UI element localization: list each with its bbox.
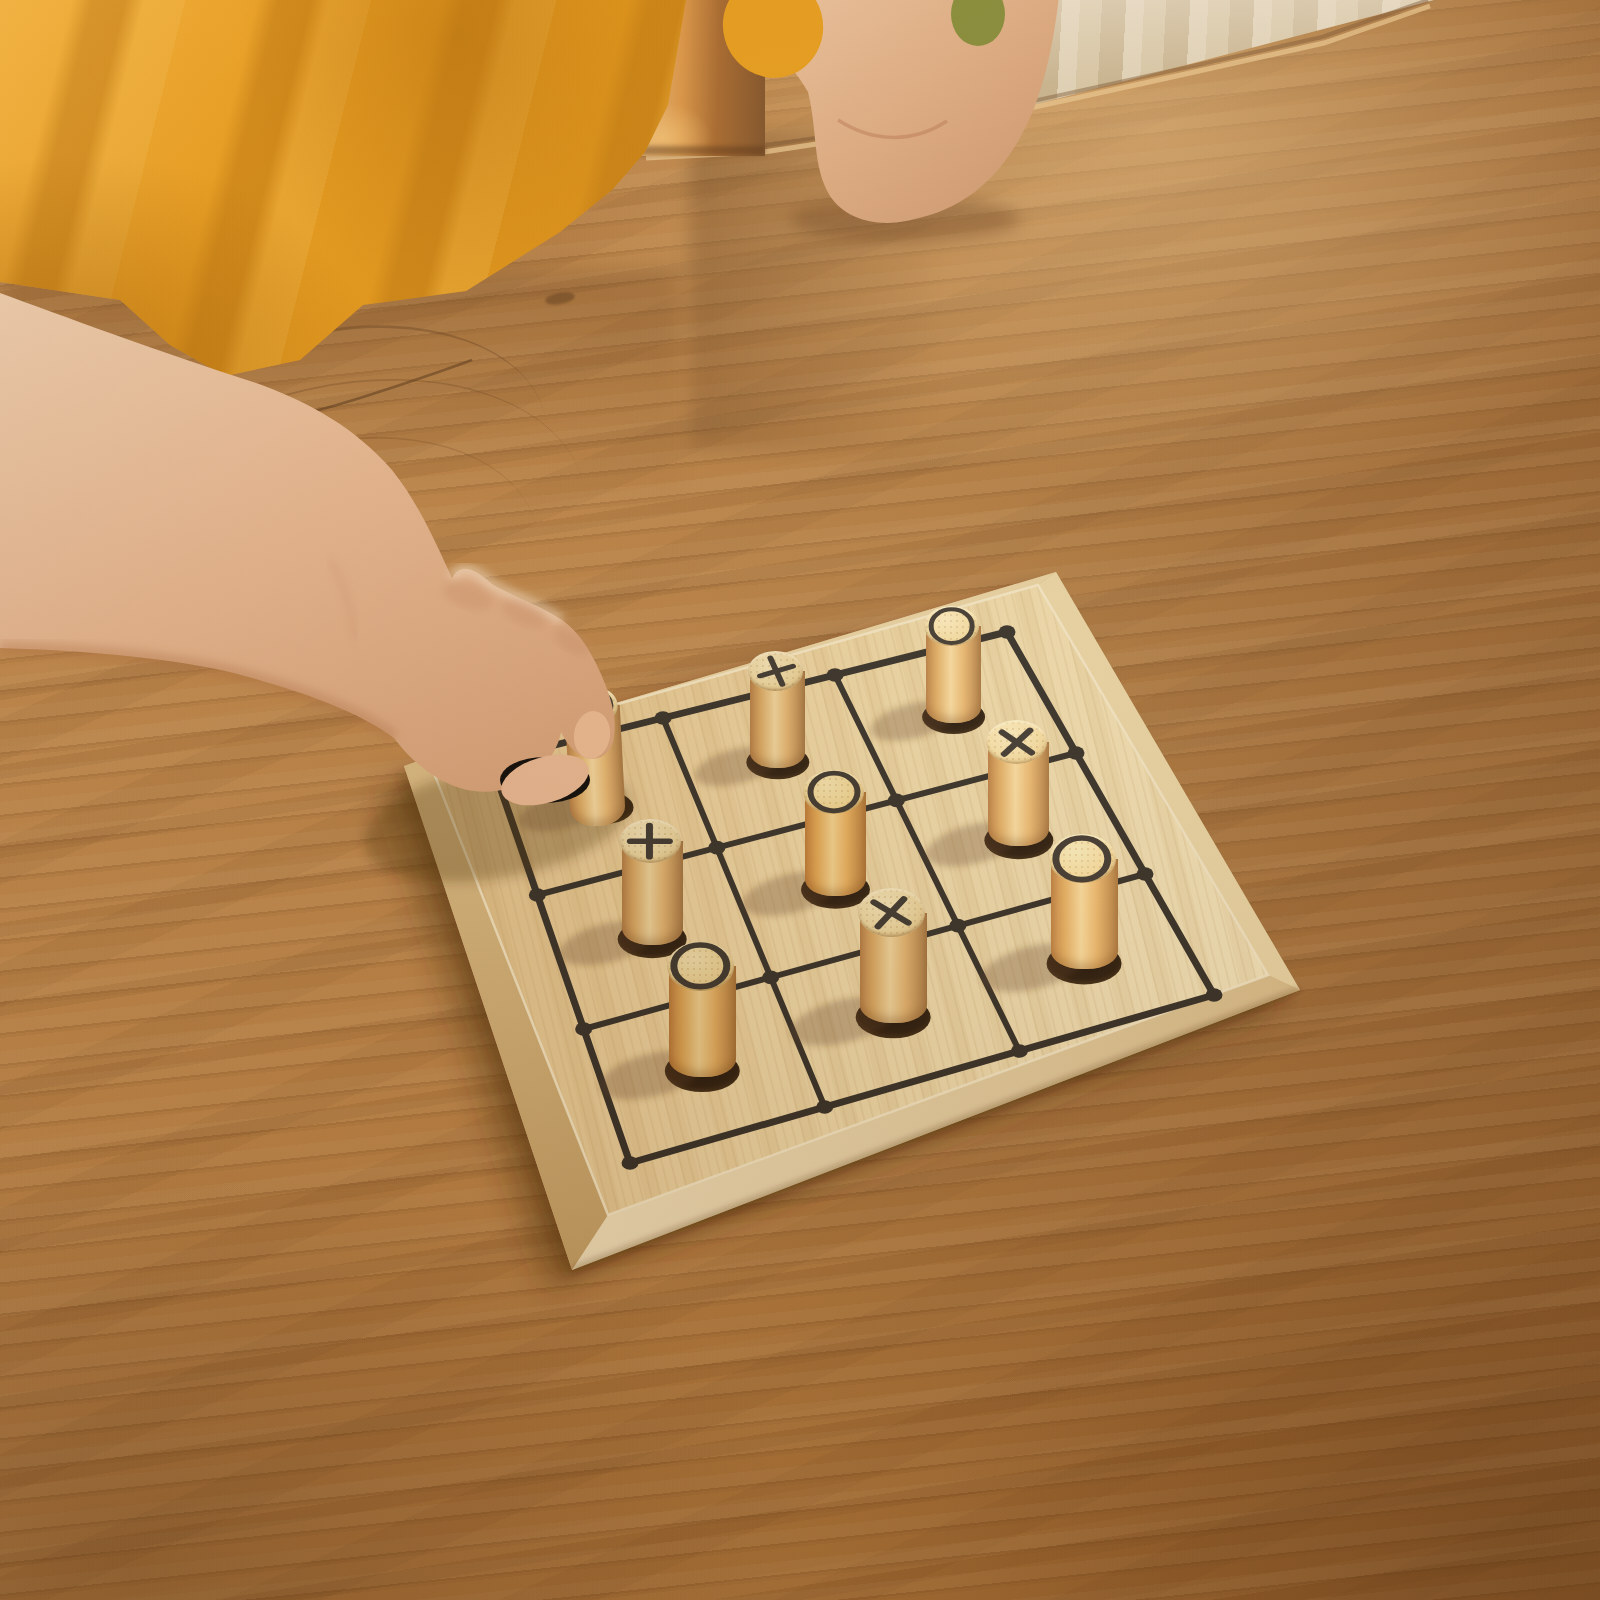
scene-photo [0,0,1600,1600]
hand-and-forearm [0,293,615,792]
child-reaching-hand [0,0,1600,1000]
